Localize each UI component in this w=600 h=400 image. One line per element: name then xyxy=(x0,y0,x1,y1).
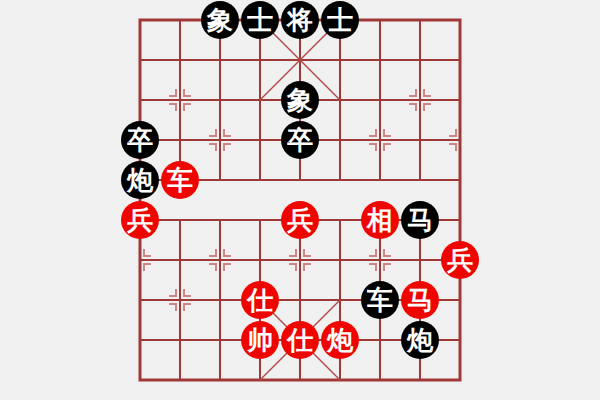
piece-red-elephant[interactable]: 相 xyxy=(361,201,399,239)
pieces-layer: 象士将士象卒卒炮车兵兵相马兵仕车马帅仕炮炮 xyxy=(0,0,600,400)
piece-red-pawn[interactable]: 兵 xyxy=(441,241,479,279)
piece-red-chariot[interactable]: 车 xyxy=(161,161,199,199)
piece-black-horse[interactable]: 马 xyxy=(401,201,439,239)
piece-red-advisor[interactable]: 仕 xyxy=(281,321,319,359)
piece-black-elephant[interactable]: 象 xyxy=(281,81,319,119)
piece-black-pawn[interactable]: 卒 xyxy=(281,121,319,159)
piece-black-advisor[interactable]: 士 xyxy=(241,1,279,39)
piece-red-cannon[interactable]: 炮 xyxy=(321,321,359,359)
piece-red-horse[interactable]: 马 xyxy=(401,281,439,319)
piece-black-general[interactable]: 将 xyxy=(281,1,319,39)
piece-red-pawn[interactable]: 兵 xyxy=(281,201,319,239)
piece-red-pawn[interactable]: 兵 xyxy=(121,201,159,239)
piece-black-elephant[interactable]: 象 xyxy=(201,1,239,39)
piece-red-advisor[interactable]: 仕 xyxy=(241,281,279,319)
xiangqi-board-area: 象士将士象卒卒炮车兵兵相马兵仕车马帅仕炮炮 xyxy=(0,0,600,400)
piece-red-general[interactable]: 帅 xyxy=(241,321,279,359)
piece-black-chariot[interactable]: 车 xyxy=(361,281,399,319)
piece-black-pawn[interactable]: 卒 xyxy=(121,121,159,159)
piece-black-cannon[interactable]: 炮 xyxy=(401,321,439,359)
piece-black-cannon[interactable]: 炮 xyxy=(121,161,159,199)
piece-black-advisor[interactable]: 士 xyxy=(321,1,359,39)
